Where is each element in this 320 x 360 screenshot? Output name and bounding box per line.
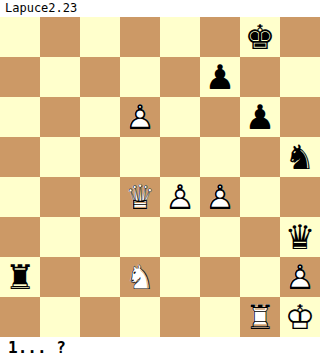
square-a7[interactable] [0,57,40,97]
square-f4[interactable]: ♟♙ [200,177,240,217]
square-g6[interactable]: ♟ [240,97,280,137]
black-rook: ♜ [0,257,40,297]
square-h5[interactable]: ♞ [280,137,320,177]
black-king: ♚ [240,17,280,57]
square-d7[interactable] [120,57,160,97]
square-d3[interactable] [120,217,160,257]
square-e8[interactable] [160,17,200,57]
white-king: ♚♔ [280,297,320,337]
square-c2[interactable] [80,257,120,297]
square-f6[interactable] [200,97,240,137]
square-g4[interactable] [240,177,280,217]
square-f8[interactable] [200,17,240,57]
white-pawn: ♟♙ [200,177,240,217]
square-c4[interactable] [80,177,120,217]
white-queen: ♛♕ [120,177,160,217]
square-d4[interactable]: ♛♕ [120,177,160,217]
square-c6[interactable] [80,97,120,137]
square-f2[interactable] [200,257,240,297]
square-h6[interactable] [280,97,320,137]
white-pawn: ♟♙ [160,177,200,217]
square-b7[interactable] [40,57,80,97]
white-rook: ♜♖ [240,297,280,337]
square-h8[interactable] [280,17,320,57]
chess-board: ♚♟♟♙♟♞♛♕♟♙♟♙♛♜♞♘♟♙♜♖♚♔ [0,17,320,337]
square-a4[interactable] [0,177,40,217]
square-g7[interactable] [240,57,280,97]
square-e6[interactable] [160,97,200,137]
square-h1[interactable]: ♚♔ [280,297,320,337]
square-b8[interactable] [40,17,80,57]
square-h2[interactable]: ♟♙ [280,257,320,297]
black-pawn: ♟ [240,97,280,137]
square-e3[interactable] [160,217,200,257]
black-pawn: ♟ [200,57,240,97]
square-a6[interactable] [0,97,40,137]
square-e2[interactable] [160,257,200,297]
square-b2[interactable] [40,257,80,297]
black-knight: ♞ [280,137,320,177]
square-e7[interactable] [160,57,200,97]
square-c1[interactable] [80,297,120,337]
square-b3[interactable] [40,217,80,257]
square-e4[interactable]: ♟♙ [160,177,200,217]
square-c5[interactable] [80,137,120,177]
square-d8[interactable] [120,17,160,57]
square-d1[interactable] [120,297,160,337]
square-h7[interactable] [280,57,320,97]
white-knight: ♞♘ [120,257,160,297]
square-c7[interactable] [80,57,120,97]
square-g1[interactable]: ♜♖ [240,297,280,337]
square-d2[interactable]: ♞♘ [120,257,160,297]
square-g8[interactable]: ♚ [240,17,280,57]
square-f5[interactable] [200,137,240,177]
square-h4[interactable] [280,177,320,217]
square-d5[interactable] [120,137,160,177]
square-g2[interactable] [240,257,280,297]
diagram-title: Lapuce2.23 [5,1,77,16]
square-e5[interactable] [160,137,200,177]
black-queen: ♛ [280,217,320,257]
square-e1[interactable] [160,297,200,337]
square-b5[interactable] [40,137,80,177]
square-d6[interactable]: ♟♙ [120,97,160,137]
square-g3[interactable] [240,217,280,257]
white-pawn: ♟♙ [280,257,320,297]
square-a2[interactable]: ♜ [0,257,40,297]
square-a3[interactable] [0,217,40,257]
square-a5[interactable] [0,137,40,177]
square-b1[interactable] [40,297,80,337]
square-f1[interactable] [200,297,240,337]
square-h3[interactable]: ♛ [280,217,320,257]
square-b4[interactable] [40,177,80,217]
white-pawn: ♟♙ [120,97,160,137]
square-c3[interactable] [80,217,120,257]
square-c8[interactable] [80,17,120,57]
square-f3[interactable] [200,217,240,257]
square-f7[interactable]: ♟ [200,57,240,97]
square-a1[interactable] [0,297,40,337]
square-a8[interactable] [0,17,40,57]
square-g5[interactable] [240,137,280,177]
move-prompt: 1... ? [8,338,66,358]
square-b6[interactable] [40,97,80,137]
